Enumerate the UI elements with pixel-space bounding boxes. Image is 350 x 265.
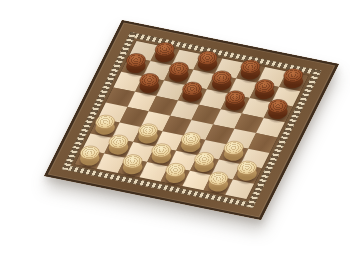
checkers-board [44,20,339,220]
photo-stage [0,0,350,265]
